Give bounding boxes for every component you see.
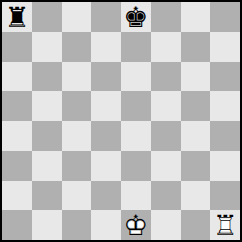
square-c2[interactable]: [62, 181, 92, 211]
square-e7[interactable]: [121, 32, 151, 62]
square-b1[interactable]: [32, 210, 62, 240]
square-h1[interactable]: ♜♖: [210, 210, 240, 240]
square-d8[interactable]: [91, 2, 121, 32]
square-f1[interactable]: [151, 210, 181, 240]
square-e8[interactable]: ♚: [121, 2, 151, 32]
square-a3[interactable]: [2, 151, 32, 181]
square-c5[interactable]: [62, 91, 92, 121]
square-d5[interactable]: [91, 91, 121, 121]
square-f5[interactable]: [151, 91, 181, 121]
square-a4[interactable]: [2, 121, 32, 151]
square-a6[interactable]: [2, 62, 32, 92]
square-g8[interactable]: [181, 2, 211, 32]
square-e5[interactable]: [121, 91, 151, 121]
square-e6[interactable]: [121, 62, 151, 92]
square-a8[interactable]: ♜: [2, 2, 32, 32]
square-g6[interactable]: [181, 62, 211, 92]
square-c3[interactable]: [62, 151, 92, 181]
square-b5[interactable]: [32, 91, 62, 121]
square-g1[interactable]: [181, 210, 211, 240]
square-a2[interactable]: [2, 181, 32, 211]
square-e4[interactable]: [121, 121, 151, 151]
square-h6[interactable]: [210, 62, 240, 92]
square-a5[interactable]: [2, 91, 32, 121]
square-c8[interactable]: [62, 2, 92, 32]
square-g7[interactable]: [181, 32, 211, 62]
square-g5[interactable]: [181, 91, 211, 121]
square-d6[interactable]: [91, 62, 121, 92]
square-h5[interactable]: [210, 91, 240, 121]
square-d2[interactable]: [91, 181, 121, 211]
square-f4[interactable]: [151, 121, 181, 151]
white-rook-outline-layer: ♖: [213, 210, 238, 240]
square-e1[interactable]: ♚♔: [121, 210, 151, 240]
square-h3[interactable]: [210, 151, 240, 181]
square-h7[interactable]: [210, 32, 240, 62]
square-b4[interactable]: [32, 121, 62, 151]
square-d7[interactable]: [91, 32, 121, 62]
square-c1[interactable]: [62, 210, 92, 240]
square-d3[interactable]: [91, 151, 121, 181]
black-rook[interactable]: ♜: [4, 3, 29, 32]
square-f7[interactable]: [151, 32, 181, 62]
square-e2[interactable]: [121, 181, 151, 211]
white-king-outline-layer: ♔: [123, 210, 148, 240]
square-f2[interactable]: [151, 181, 181, 211]
square-f6[interactable]: [151, 62, 181, 92]
black-king[interactable]: ♚: [123, 3, 148, 32]
square-c6[interactable]: [62, 62, 92, 92]
square-f8[interactable]: [151, 2, 181, 32]
square-d4[interactable]: [91, 121, 121, 151]
white-king[interactable]: ♚♔: [123, 211, 148, 240]
square-e3[interactable]: [121, 151, 151, 181]
square-h8[interactable]: [210, 2, 240, 32]
square-c7[interactable]: [62, 32, 92, 62]
square-g2[interactable]: [181, 181, 211, 211]
chess-board: ♜♚♚♔♜♖: [0, 0, 242, 242]
square-b7[interactable]: [32, 32, 62, 62]
square-a1[interactable]: [2, 210, 32, 240]
square-b2[interactable]: [32, 181, 62, 211]
square-b6[interactable]: [32, 62, 62, 92]
square-c4[interactable]: [62, 121, 92, 151]
white-rook[interactable]: ♜♖: [213, 211, 238, 240]
square-g4[interactable]: [181, 121, 211, 151]
square-b8[interactable]: [32, 2, 62, 32]
square-g3[interactable]: [181, 151, 211, 181]
square-d1[interactable]: [91, 210, 121, 240]
square-f3[interactable]: [151, 151, 181, 181]
square-a7[interactable]: [2, 32, 32, 62]
square-h4[interactable]: [210, 121, 240, 151]
square-b3[interactable]: [32, 151, 62, 181]
square-h2[interactable]: [210, 181, 240, 211]
